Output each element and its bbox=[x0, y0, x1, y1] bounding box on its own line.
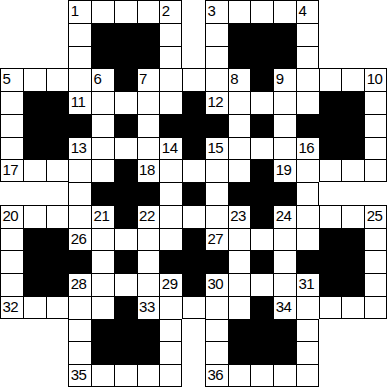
outside-area bbox=[364, 364, 387, 387]
white-square[interactable]: 8 bbox=[228, 68, 251, 91]
clue-number: 13 bbox=[71, 138, 87, 157]
clue-number: 33 bbox=[139, 297, 155, 316]
black-square bbox=[23, 273, 46, 296]
white-square[interactable] bbox=[250, 0, 273, 23]
white-square[interactable]: 4 bbox=[296, 0, 319, 23]
clue-number: 35 bbox=[71, 365, 87, 384]
white-square[interactable]: 18 bbox=[137, 159, 160, 182]
black-square bbox=[228, 182, 251, 205]
white-square[interactable] bbox=[91, 273, 114, 296]
white-square[interactable] bbox=[228, 91, 251, 114]
white-square[interactable] bbox=[296, 91, 319, 114]
black-square bbox=[137, 341, 160, 364]
outside-area bbox=[364, 319, 387, 342]
clue-number: 22 bbox=[139, 206, 155, 225]
white-square[interactable] bbox=[182, 68, 205, 91]
clue-number: 28 bbox=[71, 274, 87, 293]
black-square bbox=[23, 250, 46, 273]
white-square[interactable] bbox=[273, 0, 296, 23]
white-square[interactable] bbox=[273, 273, 296, 296]
white-square[interactable] bbox=[228, 273, 251, 296]
white-square[interactable] bbox=[46, 68, 69, 91]
white-square[interactable] bbox=[159, 68, 182, 91]
clue-number: 36 bbox=[207, 365, 223, 384]
white-square[interactable]: 36 bbox=[205, 364, 228, 387]
black-square bbox=[228, 46, 251, 69]
clue-number: 11 bbox=[71, 92, 86, 111]
white-square[interactable] bbox=[23, 159, 46, 182]
white-square[interactable] bbox=[159, 205, 182, 228]
white-square[interactable]: 16 bbox=[296, 137, 319, 160]
black-square bbox=[228, 23, 251, 46]
black-square bbox=[114, 159, 137, 182]
black-square bbox=[182, 114, 205, 137]
white-square[interactable] bbox=[364, 228, 387, 251]
white-square[interactable]: 34 bbox=[273, 296, 296, 319]
white-square[interactable] bbox=[296, 319, 319, 342]
clue-number: 15 bbox=[207, 138, 223, 157]
white-square[interactable] bbox=[296, 296, 319, 319]
white-square[interactable] bbox=[114, 137, 137, 160]
outside-area bbox=[341, 23, 364, 46]
black-square bbox=[273, 341, 296, 364]
white-square[interactable]: 24 bbox=[273, 205, 296, 228]
black-square bbox=[159, 250, 182, 273]
black-square bbox=[114, 296, 137, 319]
black-square bbox=[46, 250, 69, 273]
white-square[interactable]: 30 bbox=[205, 273, 228, 296]
black-square bbox=[296, 114, 319, 137]
clue-number: 31 bbox=[298, 274, 314, 293]
outside-area bbox=[341, 46, 364, 69]
black-square bbox=[46, 91, 69, 114]
white-square[interactable] bbox=[205, 182, 228, 205]
white-square[interactable] bbox=[296, 364, 319, 387]
white-square[interactable] bbox=[250, 364, 273, 387]
white-square[interactable]: 11 bbox=[68, 91, 91, 114]
black-square bbox=[319, 250, 342, 273]
black-square bbox=[114, 68, 137, 91]
white-square[interactable] bbox=[159, 91, 182, 114]
white-square[interactable] bbox=[46, 159, 69, 182]
white-square[interactable]: 33 bbox=[137, 296, 160, 319]
white-square[interactable] bbox=[205, 341, 228, 364]
white-square[interactable] bbox=[364, 137, 387, 160]
white-square[interactable] bbox=[250, 273, 273, 296]
white-square[interactable] bbox=[46, 296, 69, 319]
white-square[interactable] bbox=[137, 91, 160, 114]
clue-number: 30 bbox=[207, 274, 223, 293]
black-square bbox=[137, 46, 160, 69]
white-square[interactable] bbox=[228, 364, 251, 387]
white-square[interactable] bbox=[273, 91, 296, 114]
black-square bbox=[250, 341, 273, 364]
outside-area bbox=[46, 364, 69, 387]
black-square bbox=[114, 341, 137, 364]
white-square[interactable] bbox=[91, 137, 114, 160]
clue-number: 19 bbox=[276, 160, 292, 179]
white-square[interactable] bbox=[205, 319, 228, 342]
white-square[interactable]: 20 bbox=[0, 205, 23, 228]
clue-number: 10 bbox=[367, 69, 383, 88]
white-square[interactable] bbox=[296, 159, 319, 182]
black-square bbox=[250, 46, 273, 69]
white-square[interactable] bbox=[159, 341, 182, 364]
white-square[interactable]: 28 bbox=[68, 273, 91, 296]
white-square[interactable] bbox=[319, 296, 342, 319]
black-square bbox=[341, 137, 364, 160]
black-square bbox=[114, 250, 137, 273]
outside-area bbox=[46, 319, 69, 342]
black-square bbox=[205, 114, 228, 137]
white-square[interactable] bbox=[319, 205, 342, 228]
white-square[interactable] bbox=[0, 228, 23, 251]
white-square[interactable] bbox=[91, 250, 114, 273]
outside-area bbox=[23, 23, 46, 46]
white-square[interactable] bbox=[228, 0, 251, 23]
outside-area bbox=[182, 364, 205, 387]
white-square[interactable] bbox=[0, 91, 23, 114]
white-square[interactable] bbox=[91, 91, 114, 114]
white-square[interactable] bbox=[250, 137, 273, 160]
black-square bbox=[273, 182, 296, 205]
clue-number: 27 bbox=[207, 229, 223, 248]
white-square[interactable] bbox=[296, 205, 319, 228]
white-square[interactable] bbox=[341, 296, 364, 319]
black-square bbox=[319, 273, 342, 296]
outside-area bbox=[364, 46, 387, 69]
white-square[interactable]: 6 bbox=[91, 68, 114, 91]
white-square[interactable] bbox=[319, 68, 342, 91]
clue-number: 32 bbox=[3, 297, 19, 316]
black-square bbox=[46, 114, 69, 137]
white-square[interactable]: 3 bbox=[205, 0, 228, 23]
white-square[interactable] bbox=[68, 182, 91, 205]
clue-number: 23 bbox=[230, 206, 246, 225]
white-square[interactable] bbox=[68, 23, 91, 46]
clue-number: 9 bbox=[276, 69, 284, 88]
outside-area bbox=[364, 0, 387, 23]
white-square[interactable] bbox=[114, 364, 137, 387]
outside-area bbox=[319, 182, 342, 205]
white-square[interactable] bbox=[273, 250, 296, 273]
white-square[interactable]: 22 bbox=[137, 205, 160, 228]
outside-area bbox=[0, 46, 23, 69]
black-square bbox=[46, 228, 69, 251]
white-square[interactable] bbox=[159, 182, 182, 205]
white-square[interactable] bbox=[182, 296, 205, 319]
white-square[interactable] bbox=[46, 205, 69, 228]
black-square bbox=[46, 137, 69, 160]
clue-number: 1 bbox=[71, 1, 79, 20]
white-square[interactable] bbox=[273, 228, 296, 251]
clue-number: 2 bbox=[162, 1, 170, 20]
white-square[interactable]: 15 bbox=[205, 137, 228, 160]
clue-number: 3 bbox=[207, 1, 215, 20]
white-square[interactable] bbox=[228, 296, 251, 319]
white-square[interactable]: 9 bbox=[273, 68, 296, 91]
outside-area bbox=[182, 46, 205, 69]
black-square bbox=[91, 341, 114, 364]
outside-area bbox=[46, 182, 69, 205]
white-square[interactable]: 26 bbox=[68, 228, 91, 251]
black-square bbox=[182, 228, 205, 251]
black-square bbox=[250, 296, 273, 319]
white-square[interactable]: 1 bbox=[68, 0, 91, 23]
clue-number: 16 bbox=[298, 138, 314, 157]
white-square[interactable] bbox=[137, 250, 160, 273]
white-square[interactable] bbox=[159, 159, 182, 182]
white-square[interactable] bbox=[205, 296, 228, 319]
white-square[interactable] bbox=[364, 273, 387, 296]
white-square[interactable] bbox=[205, 68, 228, 91]
white-square[interactable] bbox=[68, 68, 91, 91]
white-square[interactable] bbox=[205, 205, 228, 228]
clue-number: 6 bbox=[94, 69, 102, 88]
white-square[interactable] bbox=[0, 273, 23, 296]
white-square[interactable] bbox=[319, 159, 342, 182]
white-square[interactable]: 5 bbox=[0, 68, 23, 91]
outside-area bbox=[0, 23, 23, 46]
white-square[interactable] bbox=[68, 159, 91, 182]
white-square[interactable] bbox=[205, 23, 228, 46]
outside-area bbox=[182, 23, 205, 46]
white-square[interactable] bbox=[296, 68, 319, 91]
white-square[interactable] bbox=[137, 114, 160, 137]
white-square[interactable]: 23 bbox=[228, 205, 251, 228]
clue-number: 18 bbox=[139, 160, 155, 179]
black-square bbox=[23, 228, 46, 251]
white-square[interactable] bbox=[228, 250, 251, 273]
outside-area bbox=[341, 341, 364, 364]
white-square[interactable] bbox=[68, 319, 91, 342]
white-square[interactable] bbox=[296, 341, 319, 364]
clue-number: 8 bbox=[230, 69, 238, 88]
white-square[interactable]: 14 bbox=[159, 137, 182, 160]
clue-number: 21 bbox=[94, 206, 110, 225]
outside-area bbox=[364, 182, 387, 205]
white-square[interactable] bbox=[137, 228, 160, 251]
white-square[interactable] bbox=[137, 0, 160, 23]
white-square[interactable]: 13 bbox=[68, 137, 91, 160]
white-square[interactable] bbox=[91, 0, 114, 23]
black-square bbox=[23, 114, 46, 137]
black-square bbox=[341, 250, 364, 273]
black-square bbox=[250, 205, 273, 228]
black-square bbox=[250, 23, 273, 46]
white-square[interactable] bbox=[364, 91, 387, 114]
white-square[interactable] bbox=[91, 364, 114, 387]
white-square[interactable] bbox=[91, 228, 114, 251]
white-square[interactable] bbox=[205, 46, 228, 69]
black-square bbox=[273, 23, 296, 46]
black-square bbox=[23, 137, 46, 160]
black-square bbox=[137, 319, 160, 342]
white-square[interactable]: 17 bbox=[0, 159, 23, 182]
white-square[interactable] bbox=[91, 159, 114, 182]
black-square bbox=[182, 91, 205, 114]
outside-area bbox=[182, 341, 205, 364]
outside-area bbox=[341, 182, 364, 205]
white-square[interactable] bbox=[0, 114, 23, 137]
outside-area bbox=[182, 0, 205, 23]
white-square[interactable] bbox=[114, 228, 137, 251]
black-square bbox=[23, 91, 46, 114]
white-square[interactable]: 27 bbox=[205, 228, 228, 251]
white-square[interactable] bbox=[296, 46, 319, 69]
white-square[interactable] bbox=[364, 114, 387, 137]
outside-area bbox=[341, 0, 364, 23]
white-square[interactable]: 19 bbox=[273, 159, 296, 182]
outside-area bbox=[46, 46, 69, 69]
black-square bbox=[182, 137, 205, 160]
crossword-grid: 1234567891011121314151617181920212223242… bbox=[0, 0, 387, 387]
white-square[interactable] bbox=[364, 159, 387, 182]
white-square[interactable] bbox=[159, 46, 182, 69]
outside-area bbox=[46, 0, 69, 23]
white-square[interactable]: 2 bbox=[159, 0, 182, 23]
white-square[interactable] bbox=[228, 159, 251, 182]
black-square bbox=[114, 205, 137, 228]
outside-area bbox=[0, 341, 23, 364]
white-square[interactable] bbox=[114, 273, 137, 296]
white-square[interactable] bbox=[273, 114, 296, 137]
black-square bbox=[137, 23, 160, 46]
outside-area bbox=[364, 341, 387, 364]
white-square[interactable]: 29 bbox=[159, 273, 182, 296]
black-square bbox=[68, 114, 91, 137]
black-square bbox=[319, 137, 342, 160]
black-square bbox=[250, 250, 273, 273]
black-square bbox=[114, 182, 137, 205]
black-square bbox=[250, 182, 273, 205]
white-square[interactable]: 7 bbox=[137, 68, 160, 91]
white-square[interactable] bbox=[137, 137, 160, 160]
black-square bbox=[182, 250, 205, 273]
white-square[interactable]: 31 bbox=[296, 273, 319, 296]
white-square[interactable] bbox=[0, 137, 23, 160]
clue-number: 12 bbox=[207, 92, 223, 111]
white-square[interactable] bbox=[159, 23, 182, 46]
white-square[interactable] bbox=[273, 137, 296, 160]
white-square[interactable] bbox=[250, 91, 273, 114]
white-square[interactable] bbox=[159, 364, 182, 387]
white-square[interactable]: 21 bbox=[91, 205, 114, 228]
white-square[interactable] bbox=[23, 68, 46, 91]
black-square bbox=[46, 273, 69, 296]
white-square[interactable] bbox=[114, 91, 137, 114]
white-square[interactable] bbox=[250, 228, 273, 251]
black-square bbox=[137, 182, 160, 205]
white-square[interactable] bbox=[68, 46, 91, 69]
black-square bbox=[114, 46, 137, 69]
white-square[interactable] bbox=[228, 137, 251, 160]
white-square[interactable]: 35 bbox=[68, 364, 91, 387]
outside-area bbox=[319, 364, 342, 387]
outside-area bbox=[319, 46, 342, 69]
white-square[interactable] bbox=[159, 319, 182, 342]
black-square bbox=[91, 23, 114, 46]
outside-area bbox=[319, 0, 342, 23]
outside-area bbox=[0, 0, 23, 23]
outside-area bbox=[319, 341, 342, 364]
black-square bbox=[114, 23, 137, 46]
black-square bbox=[228, 319, 251, 342]
outside-area bbox=[23, 0, 46, 23]
outside-area bbox=[182, 319, 205, 342]
white-square[interactable] bbox=[296, 23, 319, 46]
white-square[interactable]: 32 bbox=[0, 296, 23, 319]
white-square[interactable]: 25 bbox=[364, 205, 387, 228]
outside-area bbox=[341, 319, 364, 342]
outside-area bbox=[23, 319, 46, 342]
black-square bbox=[250, 319, 273, 342]
black-square bbox=[319, 114, 342, 137]
black-square bbox=[91, 319, 114, 342]
white-square[interactable] bbox=[228, 114, 251, 137]
black-square bbox=[319, 91, 342, 114]
black-square bbox=[68, 250, 91, 273]
white-square[interactable]: 12 bbox=[205, 91, 228, 114]
white-square[interactable] bbox=[228, 228, 251, 251]
clue-number: 17 bbox=[3, 160, 19, 179]
black-square bbox=[91, 46, 114, 69]
white-square[interactable] bbox=[68, 341, 91, 364]
white-square[interactable] bbox=[68, 205, 91, 228]
white-square[interactable] bbox=[23, 205, 46, 228]
black-square bbox=[91, 182, 114, 205]
white-square[interactable] bbox=[341, 205, 364, 228]
black-square bbox=[319, 228, 342, 251]
white-square[interactable] bbox=[91, 114, 114, 137]
white-square[interactable] bbox=[182, 159, 205, 182]
outside-area bbox=[341, 364, 364, 387]
white-square[interactable] bbox=[159, 296, 182, 319]
black-square bbox=[341, 228, 364, 251]
clue-number: 20 bbox=[3, 206, 19, 225]
white-square[interactable] bbox=[137, 273, 160, 296]
white-square[interactable] bbox=[137, 364, 160, 387]
white-square[interactable] bbox=[159, 228, 182, 251]
white-square[interactable] bbox=[273, 364, 296, 387]
outside-area bbox=[0, 364, 23, 387]
white-square[interactable] bbox=[0, 250, 23, 273]
black-square bbox=[182, 182, 205, 205]
white-square[interactable] bbox=[296, 228, 319, 251]
black-square bbox=[250, 114, 273, 137]
white-square[interactable] bbox=[182, 205, 205, 228]
white-square[interactable] bbox=[205, 159, 228, 182]
outside-area bbox=[23, 364, 46, 387]
black-square bbox=[205, 250, 228, 273]
white-square[interactable] bbox=[364, 250, 387, 273]
black-square bbox=[273, 319, 296, 342]
white-square[interactable] bbox=[68, 296, 91, 319]
white-square[interactable] bbox=[91, 296, 114, 319]
outside-area bbox=[364, 23, 387, 46]
white-square[interactable] bbox=[296, 182, 319, 205]
white-square[interactable]: 10 bbox=[364, 68, 387, 91]
clue-number: 5 bbox=[3, 69, 11, 88]
white-square[interactable] bbox=[341, 68, 364, 91]
white-square[interactable] bbox=[23, 296, 46, 319]
white-square[interactable] bbox=[364, 296, 387, 319]
outside-area bbox=[0, 182, 23, 205]
black-square bbox=[341, 91, 364, 114]
clue-number: 24 bbox=[276, 206, 292, 225]
white-square[interactable] bbox=[114, 0, 137, 23]
white-square[interactable] bbox=[341, 159, 364, 182]
